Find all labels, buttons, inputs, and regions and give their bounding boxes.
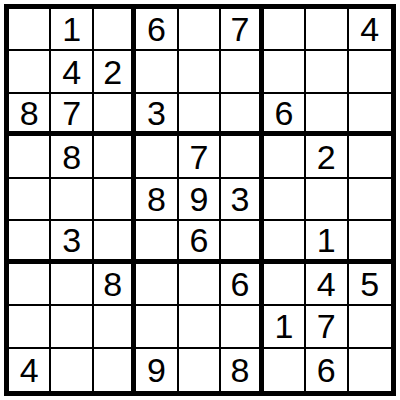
cell-r5c3[interactable] xyxy=(94,179,136,221)
cell-r5c5[interactable]: 9 xyxy=(179,179,221,221)
cell-r4c5[interactable]: 7 xyxy=(179,136,221,178)
cell-r5c1[interactable] xyxy=(9,179,51,221)
cell-r4c4[interactable] xyxy=(136,136,178,178)
cell-r3c4[interactable]: 3 xyxy=(136,94,178,136)
cell-r7c9[interactable]: 5 xyxy=(349,264,391,306)
cell-r8c9[interactable] xyxy=(349,306,391,348)
cell-r9c4[interactable]: 9 xyxy=(136,349,178,391)
cell-r6c7[interactable] xyxy=(264,221,306,263)
cell-r7c8[interactable]: 4 xyxy=(306,264,348,306)
cell-r5c8[interactable] xyxy=(306,179,348,221)
cell-r8c6[interactable] xyxy=(221,306,263,348)
cell-r4c3[interactable] xyxy=(94,136,136,178)
cell-r9c5[interactable] xyxy=(179,349,221,391)
cell-r8c8[interactable]: 7 xyxy=(306,306,348,348)
cell-r9c3[interactable] xyxy=(94,349,136,391)
cell-r4c1[interactable] xyxy=(9,136,51,178)
cell-r8c3[interactable] xyxy=(94,306,136,348)
cell-r7c6[interactable]: 6 xyxy=(221,264,263,306)
cell-r6c8[interactable]: 1 xyxy=(306,221,348,263)
cell-r8c1[interactable] xyxy=(9,306,51,348)
cell-r6c9[interactable] xyxy=(349,221,391,263)
cell-r1c2[interactable]: 1 xyxy=(51,9,93,51)
cell-r5c7[interactable] xyxy=(264,179,306,221)
cell-r6c6[interactable] xyxy=(221,221,263,263)
cell-r5c9[interactable] xyxy=(349,179,391,221)
cell-r4c7[interactable] xyxy=(264,136,306,178)
cell-r4c6[interactable] xyxy=(221,136,263,178)
cell-r3c8[interactable] xyxy=(306,94,348,136)
cell-r2c5[interactable] xyxy=(179,51,221,93)
cell-r8c7[interactable]: 1 xyxy=(264,306,306,348)
cell-r5c4[interactable]: 8 xyxy=(136,179,178,221)
cell-r7c7[interactable] xyxy=(264,264,306,306)
cell-r7c1[interactable] xyxy=(9,264,51,306)
cell-r2c7[interactable] xyxy=(264,51,306,93)
cell-r6c5[interactable]: 6 xyxy=(179,221,221,263)
cell-r6c3[interactable] xyxy=(94,221,136,263)
cell-r2c3[interactable]: 2 xyxy=(94,51,136,93)
cell-r2c6[interactable] xyxy=(221,51,263,93)
cell-r9c7[interactable] xyxy=(264,349,306,391)
sudoku-page: 16744287368728933618645174986 xyxy=(0,0,400,400)
cell-r2c1[interactable] xyxy=(9,51,51,93)
cell-r2c9[interactable] xyxy=(349,51,391,93)
cell-r9c1[interactable]: 4 xyxy=(9,349,51,391)
cell-r2c2[interactable]: 4 xyxy=(51,51,93,93)
cell-r3c1[interactable]: 8 xyxy=(9,94,51,136)
cell-r5c2[interactable] xyxy=(51,179,93,221)
cell-r5c6[interactable]: 3 xyxy=(221,179,263,221)
cell-r3c5[interactable] xyxy=(179,94,221,136)
cell-r8c5[interactable] xyxy=(179,306,221,348)
cell-r7c4[interactable] xyxy=(136,264,178,306)
cell-r7c2[interactable] xyxy=(51,264,93,306)
cell-r4c2[interactable]: 8 xyxy=(51,136,93,178)
cell-r6c2[interactable]: 3 xyxy=(51,221,93,263)
cell-r6c1[interactable] xyxy=(9,221,51,263)
cell-r9c2[interactable] xyxy=(51,349,93,391)
cell-r9c9[interactable] xyxy=(349,349,391,391)
cell-r3c3[interactable] xyxy=(94,94,136,136)
cell-r4c9[interactable] xyxy=(349,136,391,178)
cell-r3c6[interactable] xyxy=(221,94,263,136)
cell-r8c4[interactable] xyxy=(136,306,178,348)
cell-r2c4[interactable] xyxy=(136,51,178,93)
cell-r3c7[interactable]: 6 xyxy=(264,94,306,136)
cell-r6c4[interactable] xyxy=(136,221,178,263)
cell-r9c6[interactable]: 8 xyxy=(221,349,263,391)
cell-r1c8[interactable] xyxy=(306,9,348,51)
cell-r1c7[interactable] xyxy=(264,9,306,51)
cell-r1c9[interactable]: 4 xyxy=(349,9,391,51)
cell-r3c2[interactable]: 7 xyxy=(51,94,93,136)
cell-r4c8[interactable]: 2 xyxy=(306,136,348,178)
cell-r8c2[interactable] xyxy=(51,306,93,348)
cell-r7c5[interactable] xyxy=(179,264,221,306)
cell-r1c1[interactable] xyxy=(9,9,51,51)
cell-r1c6[interactable]: 7 xyxy=(221,9,263,51)
cell-r1c3[interactable] xyxy=(94,9,136,51)
cell-r7c3[interactable]: 8 xyxy=(94,264,136,306)
cell-r9c8[interactable]: 6 xyxy=(306,349,348,391)
cell-r3c9[interactable] xyxy=(349,94,391,136)
cell-r2c8[interactable] xyxy=(306,51,348,93)
sudoku-board: 16744287368728933618645174986 xyxy=(4,4,396,396)
cell-r1c4[interactable]: 6 xyxy=(136,9,178,51)
cell-r1c5[interactable] xyxy=(179,9,221,51)
